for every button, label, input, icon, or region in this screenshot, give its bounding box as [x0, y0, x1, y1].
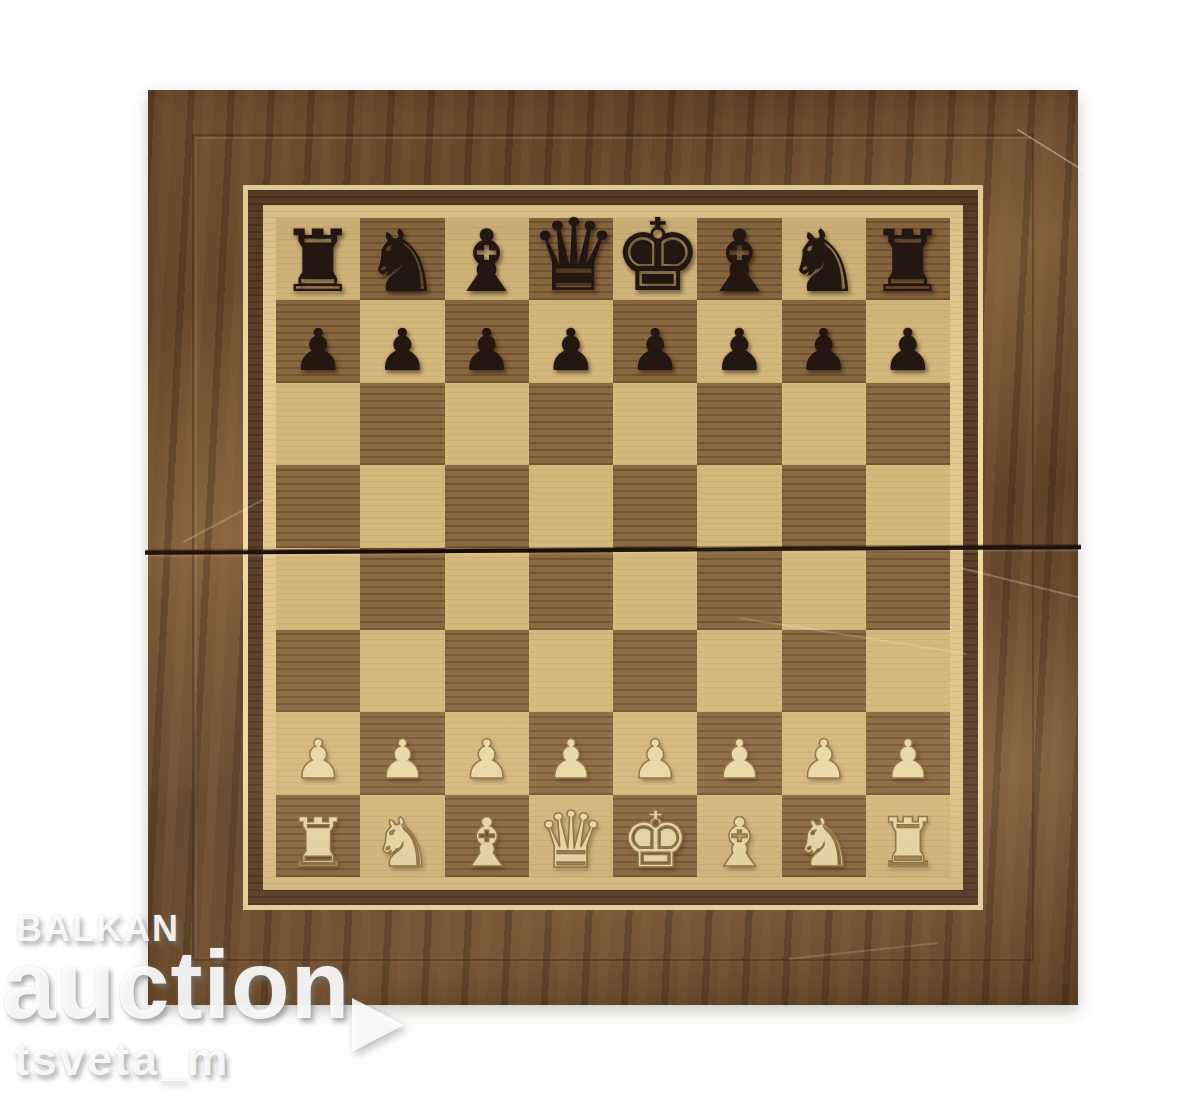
white-bishop: ♝	[697, 809, 781, 877]
black-bishop: ♝	[445, 218, 529, 304]
white-pawn: ♟	[613, 733, 697, 787]
square-h4	[866, 548, 950, 630]
square-a2: ♟	[276, 712, 360, 794]
folding-chess-box: ♜♞♝♛♚♝♞♜♟♟♟♟♟♟♟♟♟♟♟♟♟♟♟♟♜♞♝♛♚♝♞♜	[148, 90, 1078, 1005]
white-knight: ♞	[782, 809, 866, 877]
square-g5	[782, 465, 866, 547]
square-d1: ♛	[529, 795, 613, 877]
square-c5	[445, 465, 529, 547]
square-e3	[613, 630, 697, 712]
black-pawn: ♟	[782, 321, 866, 379]
square-e4	[613, 548, 697, 630]
square-f3	[697, 630, 781, 712]
square-d2: ♟	[529, 712, 613, 794]
square-h3	[866, 630, 950, 712]
black-king: ♚	[613, 206, 697, 306]
white-knight: ♞	[360, 809, 444, 877]
square-b5	[360, 465, 444, 547]
black-pawn: ♟	[613, 321, 697, 379]
square-b8: ♞	[360, 218, 444, 300]
square-g6	[782, 383, 866, 465]
square-h6	[866, 383, 950, 465]
square-e2: ♟	[613, 712, 697, 794]
square-d5	[529, 465, 613, 547]
square-b4	[360, 548, 444, 630]
square-d3	[529, 630, 613, 712]
black-queen: ♛	[529, 206, 613, 306]
white-pawn: ♟	[529, 733, 613, 787]
square-g7: ♟	[782, 300, 866, 382]
black-bishop: ♝	[697, 218, 781, 304]
square-b1: ♞	[360, 795, 444, 877]
square-g3	[782, 630, 866, 712]
square-a6	[276, 383, 360, 465]
square-g4	[782, 548, 866, 630]
square-a5	[276, 465, 360, 547]
square-f7: ♟	[697, 300, 781, 382]
square-c2: ♟	[445, 712, 529, 794]
square-c3	[445, 630, 529, 712]
square-f6	[697, 383, 781, 465]
square-a4	[276, 548, 360, 630]
square-d4	[529, 548, 613, 630]
square-b3	[360, 630, 444, 712]
square-h2: ♟	[866, 712, 950, 794]
white-pawn: ♟	[866, 733, 950, 787]
play-icon	[352, 998, 404, 1052]
black-pawn: ♟	[697, 321, 781, 379]
white-rook: ♜	[866, 809, 950, 877]
black-knight: ♞	[782, 218, 866, 304]
square-b7: ♟	[360, 300, 444, 382]
square-c8: ♝	[445, 218, 529, 300]
square-g2: ♟	[782, 712, 866, 794]
watermark-username: tsveta_m	[14, 1032, 229, 1086]
black-pawn: ♟	[529, 321, 613, 379]
scratch-mark	[788, 942, 937, 960]
scratch-mark	[961, 567, 1146, 615]
white-pawn: ♟	[697, 733, 781, 787]
black-rook: ♜	[866, 218, 950, 304]
square-f8: ♝	[697, 218, 781, 300]
square-f1: ♝	[697, 795, 781, 877]
white-pawn: ♟	[276, 733, 360, 787]
square-c1: ♝	[445, 795, 529, 877]
white-king: ♚	[613, 801, 697, 879]
black-knight: ♞	[360, 218, 444, 304]
white-queen: ♛	[529, 801, 613, 879]
square-d6	[529, 383, 613, 465]
square-f5	[697, 465, 781, 547]
square-d8: ♛	[529, 218, 613, 300]
black-pawn: ♟	[360, 321, 444, 379]
square-b6	[360, 383, 444, 465]
square-a8: ♜	[276, 218, 360, 300]
square-b2: ♟	[360, 712, 444, 794]
square-d7: ♟	[529, 300, 613, 382]
square-f2: ♟	[697, 712, 781, 794]
white-rook: ♜	[276, 809, 360, 877]
black-pawn: ♟	[276, 321, 360, 379]
white-bishop: ♝	[445, 809, 529, 877]
square-e6	[613, 383, 697, 465]
square-h7: ♟	[866, 300, 950, 382]
square-c4	[445, 548, 529, 630]
square-e5	[613, 465, 697, 547]
white-pawn: ♟	[445, 733, 529, 787]
black-pawn: ♟	[866, 321, 950, 379]
scratch-mark	[1017, 128, 1120, 193]
square-g8: ♞	[782, 218, 866, 300]
black-pawn: ♟	[445, 321, 529, 379]
square-h1: ♜	[866, 795, 950, 877]
square-a1: ♜	[276, 795, 360, 877]
square-g1: ♞	[782, 795, 866, 877]
square-c7: ♟	[445, 300, 529, 382]
square-e7: ♟	[613, 300, 697, 382]
white-pawn: ♟	[360, 733, 444, 787]
square-e8: ♚	[613, 218, 697, 300]
white-pawn: ♟	[782, 733, 866, 787]
square-h8: ♜	[866, 218, 950, 300]
square-a7: ♟	[276, 300, 360, 382]
square-h5	[866, 465, 950, 547]
square-e1: ♚	[613, 795, 697, 877]
black-rook: ♜	[276, 218, 360, 304]
square-c6	[445, 383, 529, 465]
square-a3	[276, 630, 360, 712]
